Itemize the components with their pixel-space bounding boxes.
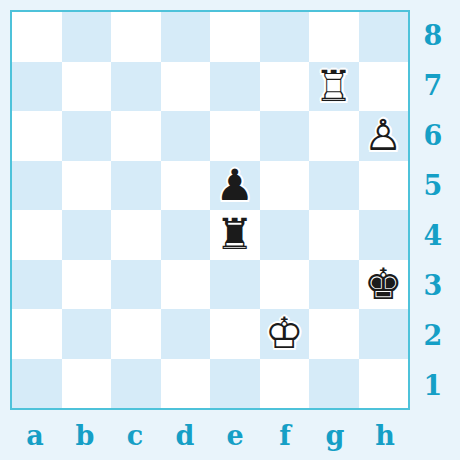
white-pawn-h6[interactable]: ♟︎♙︎: [359, 111, 409, 161]
file-label-c: c: [110, 410, 160, 460]
file-label-a: a: [10, 410, 60, 460]
chessboard: ♜︎♖︎♟︎♙︎♟︎♟︎♜︎♜︎♚︎♚︎♚︎♔︎: [10, 10, 410, 410]
rank-label-5: 5: [412, 160, 454, 210]
white-rook-g7[interactable]: ♜︎♖︎: [309, 62, 359, 112]
square-a8[interactable]: [12, 12, 62, 62]
square-d7[interactable]: [161, 62, 211, 112]
white-king-f2[interactable]: ♚︎♔︎: [260, 309, 310, 359]
file-label-e: e: [210, 410, 260, 460]
square-c8[interactable]: [111, 12, 161, 62]
file-label-g: g: [310, 410, 360, 460]
square-d4[interactable]: [161, 210, 211, 260]
white-king-icon: ♔︎: [260, 309, 310, 359]
black-pawn-icon: ♟︎: [210, 161, 260, 211]
square-f1[interactable]: [260, 359, 310, 409]
square-f5[interactable]: [260, 161, 310, 211]
square-h3[interactable]: ♚︎♚︎: [359, 260, 409, 310]
square-b5[interactable]: [62, 161, 112, 211]
square-a6[interactable]: [12, 111, 62, 161]
square-b2[interactable]: [62, 309, 112, 359]
square-h4[interactable]: [359, 210, 409, 260]
square-g8[interactable]: [309, 12, 359, 62]
rank-label-4: 4: [412, 210, 454, 260]
black-king-h3[interactable]: ♚︎♚︎: [359, 260, 409, 310]
square-h1[interactable]: [359, 359, 409, 409]
square-f3[interactable]: [260, 260, 310, 310]
square-g6[interactable]: [309, 111, 359, 161]
rank-labels: 87654321: [412, 10, 454, 410]
square-f2[interactable]: ♚︎♔︎: [260, 309, 310, 359]
square-b7[interactable]: [62, 62, 112, 112]
square-c6[interactable]: [111, 111, 161, 161]
rank-label-2: 2: [412, 310, 454, 360]
square-h8[interactable]: [359, 12, 409, 62]
white-pawn-icon: ♙︎: [359, 111, 409, 161]
square-g7[interactable]: ♜︎♖︎: [309, 62, 359, 112]
square-f7[interactable]: [260, 62, 310, 112]
square-e7[interactable]: [210, 62, 260, 112]
square-c3[interactable]: [111, 260, 161, 310]
square-e4[interactable]: ♜︎♜︎: [210, 210, 260, 260]
square-d8[interactable]: [161, 12, 211, 62]
square-d3[interactable]: [161, 260, 211, 310]
black-rook-e4[interactable]: ♜︎♜︎: [210, 210, 260, 260]
file-label-b: b: [60, 410, 110, 460]
square-f8[interactable]: [260, 12, 310, 62]
square-g1[interactable]: [309, 359, 359, 409]
square-e3[interactable]: [210, 260, 260, 310]
white-rook-icon: ♖︎: [309, 62, 359, 112]
square-d2[interactable]: [161, 309, 211, 359]
rank-label-3: 3: [412, 260, 454, 310]
file-label-d: d: [160, 410, 210, 460]
square-a7[interactable]: [12, 62, 62, 112]
square-g3[interactable]: [309, 260, 359, 310]
file-labels: abcdefgh: [10, 410, 410, 460]
square-g2[interactable]: [309, 309, 359, 359]
square-b6[interactable]: [62, 111, 112, 161]
square-a2[interactable]: [12, 309, 62, 359]
file-label-h: h: [360, 410, 410, 460]
square-c4[interactable]: [111, 210, 161, 260]
square-d1[interactable]: [161, 359, 211, 409]
square-e6[interactable]: [210, 111, 260, 161]
square-b4[interactable]: [62, 210, 112, 260]
square-e2[interactable]: [210, 309, 260, 359]
square-h2[interactable]: [359, 309, 409, 359]
square-c7[interactable]: [111, 62, 161, 112]
square-d6[interactable]: [161, 111, 211, 161]
square-h7[interactable]: [359, 62, 409, 112]
black-pawn-e5[interactable]: ♟︎♟︎: [210, 161, 260, 211]
square-b1[interactable]: [62, 359, 112, 409]
square-a3[interactable]: [12, 260, 62, 310]
square-g5[interactable]: [309, 161, 359, 211]
rank-label-8: 8: [412, 10, 454, 60]
square-c1[interactable]: [111, 359, 161, 409]
square-g4[interactable]: [309, 210, 359, 260]
rank-label-7: 7: [412, 60, 454, 110]
rank-label-1: 1: [412, 360, 454, 410]
square-f6[interactable]: [260, 111, 310, 161]
chess-diagram-page: ♜︎♖︎♟︎♙︎♟︎♟︎♜︎♜︎♚︎♚︎♚︎♔︎ 87654321 abcdef…: [0, 0, 460, 460]
square-b3[interactable]: [62, 260, 112, 310]
square-a4[interactable]: [12, 210, 62, 260]
square-f4[interactable]: [260, 210, 310, 260]
square-d5[interactable]: [161, 161, 211, 211]
square-h5[interactable]: [359, 161, 409, 211]
file-label-f: f: [260, 410, 310, 460]
square-a5[interactable]: [12, 161, 62, 211]
square-h6[interactable]: ♟︎♙︎: [359, 111, 409, 161]
square-e5[interactable]: ♟︎♟︎: [210, 161, 260, 211]
square-c2[interactable]: [111, 309, 161, 359]
black-rook-icon: ♜︎: [210, 210, 260, 260]
rank-label-6: 6: [412, 110, 454, 160]
square-c5[interactable]: [111, 161, 161, 211]
square-e1[interactable]: [210, 359, 260, 409]
black-king-icon: ♚︎: [359, 260, 409, 310]
square-a1[interactable]: [12, 359, 62, 409]
square-e8[interactable]: [210, 12, 260, 62]
square-b8[interactable]: [62, 12, 112, 62]
